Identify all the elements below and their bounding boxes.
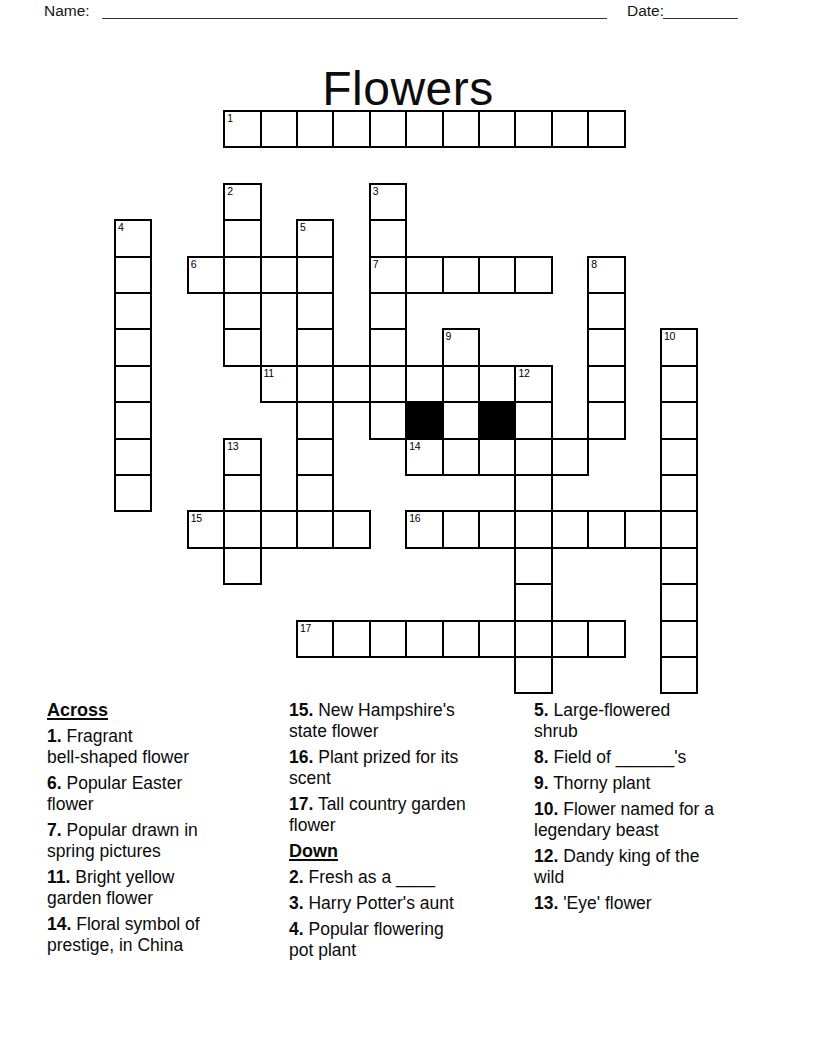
worksheet-page: { "game": "crossword", "title": "Flowers… <box>0 0 816 1056</box>
clue-num-label: 8. <box>534 747 549 767</box>
clue-text: Popular flowering pot plant <box>289 919 444 960</box>
down-header: Down <box>289 841 338 862</box>
clue-text: Fresh as a ____ <box>308 867 434 887</box>
clue-num-label: 6. <box>47 773 62 793</box>
clue-text: Fragrant bell-shaped flower <box>47 726 189 767</box>
clue-num-label: 9. <box>534 773 549 793</box>
clue-down-5: 5. Large-flowered shrub <box>534 700 764 742</box>
clue-num-label: 5. <box>534 700 549 720</box>
clues-section: Across1. Fragrant bell-shaped flower6. P… <box>0 0 816 1056</box>
clue-across-15: 15. New Hampshire's state flower <box>289 700 524 742</box>
clue-num-label: 4. <box>289 919 304 939</box>
clue-text: 'Eye' flower <box>563 893 651 913</box>
clue-num-label: 1. <box>47 726 62 746</box>
clue-num-label: 17. <box>289 794 313 814</box>
clue-down-2: 2. Fresh as a ____ <box>289 867 524 888</box>
clue-text: Popular drawn in spring pictures <box>47 820 198 861</box>
clue-down-10: 10. Flower named for a legendary beast <box>534 799 764 841</box>
clue-num-label: 12. <box>534 846 558 866</box>
clue-num-label: 14. <box>47 914 71 934</box>
across-header: Across <box>47 700 108 721</box>
clue-across-1: 1. Fragrant bell-shaped flower <box>47 726 267 768</box>
clue-down-9: 9. Thorny plant <box>534 773 764 794</box>
clue-across-14: 14. Floral symbol of prestige, in China <box>47 914 267 956</box>
clue-down-3: 3. Harry Potter's aunt <box>289 893 524 914</box>
clue-down-8: 8. Field of ______'s <box>534 747 764 768</box>
clue-across-6: 6. Popular Easter flower <box>47 773 267 815</box>
clue-num-label: 11. <box>47 867 70 887</box>
clue-across-7: 7. Popular drawn in spring pictures <box>47 820 267 862</box>
clue-text: Tall country garden flower <box>289 794 466 835</box>
clue-column-1: Across1. Fragrant bell-shaped flower6. P… <box>47 700 267 961</box>
clue-column-2: 15. New Hampshire's state flower16. Plan… <box>289 700 524 966</box>
clue-across-17: 17. Tall country garden flower <box>289 794 524 836</box>
clue-text: Plant prized for its scent <box>289 747 458 788</box>
clue-num-label: 2. <box>289 867 304 887</box>
clue-num-label: 13. <box>534 893 558 913</box>
clue-text: Thorny plant <box>553 773 650 793</box>
clue-text: New Hampshire's state flower <box>289 700 455 741</box>
clue-text: Dandy king of the wild <box>534 846 699 887</box>
clue-num-label: 3. <box>289 893 304 913</box>
clue-down-4: 4. Popular flowering pot plant <box>289 919 524 961</box>
clue-text: Large-flowered shrub <box>534 700 670 741</box>
clue-down-12: 12. Dandy king of the wild <box>534 846 764 888</box>
clue-num-label: 16. <box>289 747 313 767</box>
clue-text: Flower named for a legendary beast <box>534 799 714 840</box>
clue-num-label: 10. <box>534 799 558 819</box>
clue-down-13: 13. 'Eye' flower <box>534 893 764 914</box>
clue-num-label: 15. <box>289 700 313 720</box>
clue-text: Harry Potter's aunt <box>308 893 453 913</box>
clue-column-3: 5. Large-flowered shrub8. Field of _____… <box>534 700 764 919</box>
clue-num-label: 7. <box>47 820 62 840</box>
clue-across-11: 11. Bright yellow garden flower <box>47 867 267 909</box>
clue-text: Popular Easter flower <box>47 773 182 814</box>
clue-text: Field of ______'s <box>553 747 686 767</box>
clue-across-16: 16. Plant prized for its scent <box>289 747 524 789</box>
